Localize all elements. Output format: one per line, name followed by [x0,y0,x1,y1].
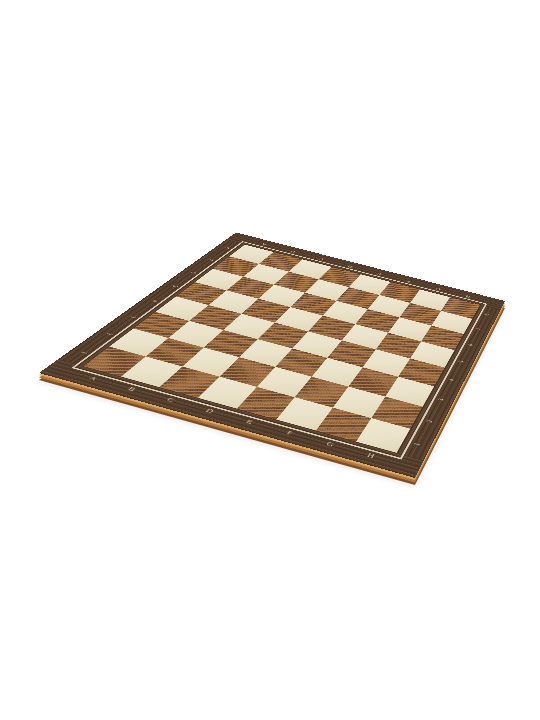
product-stage: AABBCCDDEEFFGGHH1122334455667788 [0,0,540,720]
